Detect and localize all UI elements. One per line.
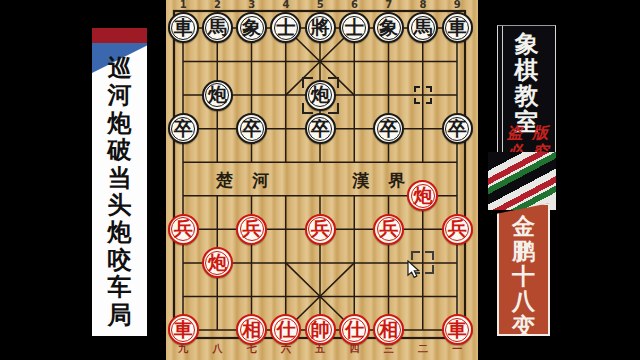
banner-char: 八 — [512, 288, 535, 313]
banner-char: 炮 — [108, 109, 132, 136]
lesson-title-vertical: 巡河炮破当头炮咬车局 — [92, 54, 147, 328]
last-move-from-marker — [414, 86, 432, 104]
banner-char: 棋 — [515, 57, 539, 83]
piece-black-馬[interactable]: 馬 — [407, 12, 438, 43]
piece-red-兵[interactable]: 兵 — [168, 214, 199, 245]
banner-char: 炮 — [108, 218, 132, 245]
piece-red-兵[interactable]: 兵 — [236, 214, 267, 245]
banner-char: 版 — [528, 123, 554, 142]
piece-black-車[interactable]: 車 — [168, 12, 199, 43]
piece-black-車[interactable]: 車 — [442, 12, 473, 43]
banner-char: 变 — [512, 313, 535, 338]
banner-char: 象 — [515, 31, 539, 57]
xiangqi-board[interactable]: 123456789 九八七六五四三二一 楚河 漢界 車馬象士將士象馬車炮炮卒卒卒… — [166, 0, 478, 360]
file-label-top: 7 — [372, 0, 406, 12]
file-label-top: 8 — [406, 0, 440, 12]
piece-red-相[interactable]: 相 — [373, 314, 404, 345]
banner-char: 巡 — [108, 54, 132, 81]
piece-red-帥[interactable]: 帥 — [305, 314, 336, 345]
banner-stripes-decor — [488, 152, 556, 210]
piece-red-仕[interactable]: 仕 — [339, 314, 370, 345]
piece-black-卒[interactable]: 卒 — [442, 113, 473, 144]
piece-red-仕[interactable]: 仕 — [270, 314, 301, 345]
banner-char: 河 — [108, 81, 132, 108]
mouse-cursor-icon — [407, 260, 421, 279]
file-label-top: 9 — [440, 0, 474, 12]
banner-char: 教 — [515, 83, 539, 109]
pieces-layer: 車馬象士將士象馬車炮炮卒卒卒卒卒炮兵兵兵兵兵炮車相仕帥仕相車 — [166, 11, 474, 346]
piece-red-兵[interactable]: 兵 — [305, 214, 336, 245]
file-label-top: 2 — [200, 0, 234, 12]
piece-black-將[interactable]: 將 — [305, 12, 336, 43]
piece-black-炮[interactable]: 炮 — [202, 80, 233, 111]
app-canvas: 123456789 九八七六五四三二一 楚河 漢界 車馬象士將士象馬車炮炮卒卒卒… — [0, 0, 640, 360]
piece-black-象[interactable]: 象 — [373, 12, 404, 43]
banner-char: 鹏 — [512, 238, 535, 263]
piece-black-士[interactable]: 士 — [270, 12, 301, 43]
piece-black-炮[interactable]: 炮 — [305, 80, 336, 111]
banner-char: 局 — [108, 301, 132, 328]
banner-char: 金 — [512, 213, 535, 238]
file-label-top: 3 — [235, 0, 269, 12]
banner-char: 盗 — [502, 123, 528, 142]
file-label-top: 6 — [337, 0, 371, 12]
piece-black-卒[interactable]: 卒 — [305, 113, 336, 144]
banner-red-bar — [92, 28, 147, 43]
piece-red-炮[interactable]: 炮 — [407, 180, 438, 211]
piece-red-兵[interactable]: 兵 — [373, 214, 404, 245]
banner-char: 十 — [512, 263, 535, 288]
banner-char: 车 — [108, 273, 132, 300]
classroom-title-vertical: 象棋教室 — [498, 26, 555, 135]
piece-black-卒[interactable]: 卒 — [236, 113, 267, 144]
piece-red-車[interactable]: 車 — [442, 314, 473, 345]
piece-black-象[interactable]: 象 — [236, 12, 267, 43]
file-label-top: 4 — [269, 0, 303, 12]
piece-black-卒[interactable]: 卒 — [373, 113, 404, 144]
piece-red-車[interactable]: 車 — [168, 314, 199, 345]
piece-black-卒[interactable]: 卒 — [168, 113, 199, 144]
piece-black-士[interactable]: 士 — [339, 12, 370, 43]
piece-black-馬[interactable]: 馬 — [202, 12, 233, 43]
piece-red-相[interactable]: 相 — [236, 314, 267, 345]
right-banner-classroom: 象棋教室 盗版必究 — [497, 25, 556, 161]
top-file-labels: 123456789 — [166, 0, 474, 12]
file-label-top: 5 — [303, 0, 337, 12]
file-label-top: 1 — [166, 0, 200, 12]
series-title-vertical: 金鹏十八变 — [499, 205, 548, 338]
piece-red-炮[interactable]: 炮 — [202, 247, 233, 278]
banner-char: 当 — [108, 164, 132, 191]
banner-char: 咬 — [108, 246, 132, 273]
piece-red-兵[interactable]: 兵 — [442, 214, 473, 245]
right-banner-series: 金鹏十八变 — [497, 203, 550, 336]
banner-char: 破 — [108, 136, 132, 163]
left-title-banner: 巡河炮破当头炮咬车局 — [92, 28, 147, 336]
banner-char: 头 — [108, 191, 132, 218]
